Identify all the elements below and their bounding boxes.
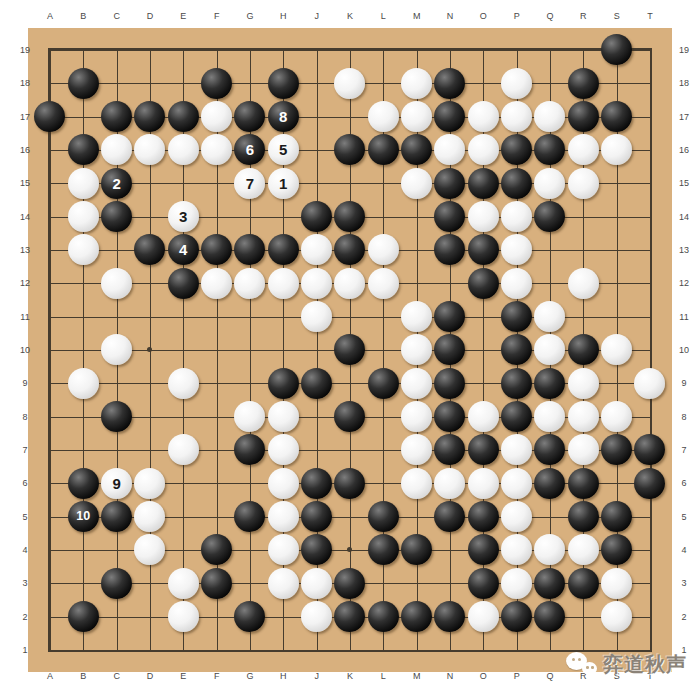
intersection-G5[interactable] — [233, 500, 266, 533]
intersection-D9[interactable] — [133, 367, 166, 400]
intersection-B4[interactable] — [67, 533, 100, 566]
intersection-R12[interactable] — [567, 267, 600, 300]
intersection-F18[interactable] — [200, 67, 233, 100]
intersection-A7[interactable] — [33, 433, 66, 466]
intersection-K16[interactable] — [333, 133, 366, 166]
intersection-N3[interactable] — [433, 567, 466, 600]
intersection-Q1[interactable] — [533, 633, 566, 666]
intersection-R4[interactable] — [567, 533, 600, 566]
intersection-M16[interactable] — [400, 133, 433, 166]
intersection-M10[interactable] — [400, 333, 433, 366]
intersection-G2[interactable] — [233, 600, 266, 633]
intersection-O18[interactable] — [467, 67, 500, 100]
intersection-L15[interactable] — [367, 167, 400, 200]
intersection-J7[interactable] — [300, 433, 333, 466]
intersection-C2[interactable] — [100, 600, 133, 633]
intersection-E19[interactable] — [167, 33, 200, 66]
intersection-G19[interactable] — [233, 33, 266, 66]
intersection-A11[interactable] — [33, 300, 66, 333]
intersection-D2[interactable] — [133, 600, 166, 633]
intersection-G10[interactable] — [233, 333, 266, 366]
intersection-G4[interactable] — [233, 533, 266, 566]
intersection-O15[interactable] — [467, 167, 500, 200]
intersection-G11[interactable] — [233, 300, 266, 333]
intersection-S13[interactable] — [600, 233, 633, 266]
intersection-O14[interactable] — [467, 200, 500, 233]
intersection-O12[interactable] — [467, 267, 500, 300]
intersection-P3[interactable] — [500, 567, 533, 600]
intersection-D4[interactable] — [133, 533, 166, 566]
intersection-H8[interactable] — [267, 400, 300, 433]
intersection-B19[interactable] — [67, 33, 100, 66]
intersection-P4[interactable] — [500, 533, 533, 566]
intersection-M1[interactable] — [400, 633, 433, 666]
intersection-E2[interactable] — [167, 600, 200, 633]
intersection-C16[interactable] — [100, 133, 133, 166]
intersection-J14[interactable] — [300, 200, 333, 233]
intersection-O16[interactable] — [467, 133, 500, 166]
intersection-C5[interactable] — [100, 500, 133, 533]
intersection-N13[interactable] — [433, 233, 466, 266]
intersection-S14[interactable] — [600, 200, 633, 233]
intersection-N19[interactable] — [433, 33, 466, 66]
intersection-L6[interactable] — [367, 467, 400, 500]
intersection-T16[interactable] — [633, 133, 666, 166]
intersection-P8[interactable] — [500, 400, 533, 433]
intersection-H7[interactable] — [267, 433, 300, 466]
intersection-K1[interactable] — [333, 633, 366, 666]
intersection-L17[interactable] — [367, 100, 400, 133]
intersection-K6[interactable] — [333, 467, 366, 500]
intersection-B17[interactable] — [67, 100, 100, 133]
intersection-N17[interactable] — [433, 100, 466, 133]
intersection-D8[interactable] — [133, 400, 166, 433]
intersection-F14[interactable] — [200, 200, 233, 233]
intersection-J5[interactable] — [300, 500, 333, 533]
intersection-K15[interactable] — [333, 167, 366, 200]
intersection-E15[interactable] — [167, 167, 200, 200]
intersection-J19[interactable] — [300, 33, 333, 66]
intersection-B3[interactable] — [67, 567, 100, 600]
intersection-L4[interactable] — [367, 533, 400, 566]
intersection-F16[interactable] — [200, 133, 233, 166]
intersection-H19[interactable] — [267, 33, 300, 66]
intersection-O7[interactable] — [467, 433, 500, 466]
intersection-K7[interactable] — [333, 433, 366, 466]
intersection-K10[interactable] — [333, 333, 366, 366]
intersection-N1[interactable] — [433, 633, 466, 666]
intersection-K11[interactable] — [333, 300, 366, 333]
intersection-B8[interactable] — [67, 400, 100, 433]
intersection-R8[interactable] — [567, 400, 600, 433]
intersection-E9[interactable] — [167, 367, 200, 400]
intersection-P6[interactable] — [500, 467, 533, 500]
intersection-B6[interactable] — [67, 467, 100, 500]
intersection-P11[interactable] — [500, 300, 533, 333]
intersection-M8[interactable] — [400, 400, 433, 433]
intersection-T8[interactable] — [633, 400, 666, 433]
intersection-H2[interactable] — [267, 600, 300, 633]
intersection-R16[interactable] — [567, 133, 600, 166]
intersection-F10[interactable] — [200, 333, 233, 366]
intersection-T4[interactable] — [633, 533, 666, 566]
intersection-G15[interactable]: 7 — [233, 167, 266, 200]
intersection-B18[interactable] — [67, 67, 100, 100]
intersection-A14[interactable] — [33, 200, 66, 233]
intersection-C15[interactable]: 2 — [100, 167, 133, 200]
intersection-Q10[interactable] — [533, 333, 566, 366]
intersection-D11[interactable] — [133, 300, 166, 333]
intersection-C3[interactable] — [100, 567, 133, 600]
intersection-G17[interactable] — [233, 100, 266, 133]
intersection-Q14[interactable] — [533, 200, 566, 233]
intersection-S3[interactable] — [600, 567, 633, 600]
intersection-E3[interactable] — [167, 567, 200, 600]
intersection-D12[interactable] — [133, 267, 166, 300]
intersection-D14[interactable] — [133, 200, 166, 233]
intersection-F17[interactable] — [200, 100, 233, 133]
intersection-S4[interactable] — [600, 533, 633, 566]
intersection-E17[interactable] — [167, 100, 200, 133]
intersection-T9[interactable] — [633, 367, 666, 400]
intersection-M14[interactable] — [400, 200, 433, 233]
intersection-J17[interactable] — [300, 100, 333, 133]
intersection-E18[interactable] — [167, 67, 200, 100]
intersection-J12[interactable] — [300, 267, 333, 300]
intersection-M9[interactable] — [400, 367, 433, 400]
intersection-E7[interactable] — [167, 433, 200, 466]
intersection-O2[interactable] — [467, 600, 500, 633]
intersection-A3[interactable] — [33, 567, 66, 600]
intersection-M7[interactable] — [400, 433, 433, 466]
intersection-T13[interactable] — [633, 233, 666, 266]
intersection-N7[interactable] — [433, 433, 466, 466]
intersection-Q3[interactable] — [533, 567, 566, 600]
intersection-B2[interactable] — [67, 600, 100, 633]
intersection-H9[interactable] — [267, 367, 300, 400]
intersection-N5[interactable] — [433, 500, 466, 533]
intersection-S9[interactable] — [600, 367, 633, 400]
intersection-H6[interactable] — [267, 467, 300, 500]
intersection-L11[interactable] — [367, 300, 400, 333]
intersection-N2[interactable] — [433, 600, 466, 633]
intersection-T12[interactable] — [633, 267, 666, 300]
intersection-A12[interactable] — [33, 267, 66, 300]
intersection-H14[interactable] — [267, 200, 300, 233]
intersection-P12[interactable] — [500, 267, 533, 300]
intersection-G9[interactable] — [233, 367, 266, 400]
intersection-T7[interactable] — [633, 433, 666, 466]
intersection-O3[interactable] — [467, 567, 500, 600]
intersection-R9[interactable] — [567, 367, 600, 400]
intersection-J13[interactable] — [300, 233, 333, 266]
intersection-C7[interactable] — [100, 433, 133, 466]
intersection-R5[interactable] — [567, 500, 600, 533]
intersection-C13[interactable] — [100, 233, 133, 266]
intersection-P13[interactable] — [500, 233, 533, 266]
intersection-J10[interactable] — [300, 333, 333, 366]
intersection-G3[interactable] — [233, 567, 266, 600]
intersection-A16[interactable] — [33, 133, 66, 166]
intersection-Q12[interactable] — [533, 267, 566, 300]
intersection-J3[interactable] — [300, 567, 333, 600]
intersection-T11[interactable] — [633, 300, 666, 333]
intersection-R19[interactable] — [567, 33, 600, 66]
intersection-L19[interactable] — [367, 33, 400, 66]
intersection-F7[interactable] — [200, 433, 233, 466]
intersection-K2[interactable] — [333, 600, 366, 633]
intersection-G16[interactable]: 6 — [233, 133, 266, 166]
intersection-L9[interactable] — [367, 367, 400, 400]
intersection-N14[interactable] — [433, 200, 466, 233]
intersection-O19[interactable] — [467, 33, 500, 66]
intersection-B15[interactable] — [67, 167, 100, 200]
intersection-K18[interactable] — [333, 67, 366, 100]
intersection-C6[interactable]: 9 — [100, 467, 133, 500]
intersection-Q5[interactable] — [533, 500, 566, 533]
intersection-B12[interactable] — [67, 267, 100, 300]
intersection-D6[interactable] — [133, 467, 166, 500]
intersection-K14[interactable] — [333, 200, 366, 233]
intersection-B14[interactable] — [67, 200, 100, 233]
intersection-J6[interactable] — [300, 467, 333, 500]
intersection-N6[interactable] — [433, 467, 466, 500]
intersection-D16[interactable] — [133, 133, 166, 166]
intersection-G12[interactable] — [233, 267, 266, 300]
intersection-M6[interactable] — [400, 467, 433, 500]
intersection-M2[interactable] — [400, 600, 433, 633]
intersection-L2[interactable] — [367, 600, 400, 633]
intersection-Q11[interactable] — [533, 300, 566, 333]
intersection-P10[interactable] — [500, 333, 533, 366]
intersection-C4[interactable] — [100, 533, 133, 566]
intersection-N18[interactable] — [433, 67, 466, 100]
intersection-F13[interactable] — [200, 233, 233, 266]
intersection-H12[interactable] — [267, 267, 300, 300]
intersection-D15[interactable] — [133, 167, 166, 200]
intersection-B7[interactable] — [67, 433, 100, 466]
intersection-A2[interactable] — [33, 600, 66, 633]
intersection-P5[interactable] — [500, 500, 533, 533]
intersection-M15[interactable] — [400, 167, 433, 200]
intersection-R3[interactable] — [567, 567, 600, 600]
intersection-Q15[interactable] — [533, 167, 566, 200]
intersection-S19[interactable] — [600, 33, 633, 66]
intersection-C12[interactable] — [100, 267, 133, 300]
intersection-T18[interactable] — [633, 67, 666, 100]
intersection-F3[interactable] — [200, 567, 233, 600]
intersection-J2[interactable] — [300, 600, 333, 633]
intersection-F12[interactable] — [200, 267, 233, 300]
intersection-J4[interactable] — [300, 533, 333, 566]
intersection-O4[interactable] — [467, 533, 500, 566]
intersection-N11[interactable] — [433, 300, 466, 333]
intersection-E8[interactable] — [167, 400, 200, 433]
intersection-H5[interactable] — [267, 500, 300, 533]
intersection-M11[interactable] — [400, 300, 433, 333]
intersection-F4[interactable] — [200, 533, 233, 566]
intersection-R14[interactable] — [567, 200, 600, 233]
intersection-E12[interactable] — [167, 267, 200, 300]
intersection-H16[interactable]: 5 — [267, 133, 300, 166]
intersection-P19[interactable] — [500, 33, 533, 66]
intersection-A4[interactable] — [33, 533, 66, 566]
intersection-O17[interactable] — [467, 100, 500, 133]
intersection-O6[interactable] — [467, 467, 500, 500]
intersection-K8[interactable] — [333, 400, 366, 433]
intersection-J16[interactable] — [300, 133, 333, 166]
intersection-R13[interactable] — [567, 233, 600, 266]
intersection-C1[interactable] — [100, 633, 133, 666]
intersection-E16[interactable] — [167, 133, 200, 166]
intersection-R2[interactable] — [567, 600, 600, 633]
intersection-E5[interactable] — [167, 500, 200, 533]
intersection-A10[interactable] — [33, 333, 66, 366]
intersection-F19[interactable] — [200, 33, 233, 66]
intersection-D7[interactable] — [133, 433, 166, 466]
intersection-H15[interactable]: 1 — [267, 167, 300, 200]
intersection-H4[interactable] — [267, 533, 300, 566]
intersection-K3[interactable] — [333, 567, 366, 600]
intersection-C11[interactable] — [100, 300, 133, 333]
intersection-G18[interactable] — [233, 67, 266, 100]
intersection-D3[interactable] — [133, 567, 166, 600]
intersection-H17[interactable]: 8 — [267, 100, 300, 133]
intersection-S7[interactable] — [600, 433, 633, 466]
intersection-N12[interactable] — [433, 267, 466, 300]
intersection-E4[interactable] — [167, 533, 200, 566]
intersection-E11[interactable] — [167, 300, 200, 333]
intersection-J18[interactable] — [300, 67, 333, 100]
intersection-A13[interactable] — [33, 233, 66, 266]
intersection-R10[interactable] — [567, 333, 600, 366]
intersection-R18[interactable] — [567, 67, 600, 100]
intersection-S5[interactable] — [600, 500, 633, 533]
intersection-L3[interactable] — [367, 567, 400, 600]
intersection-R7[interactable] — [567, 433, 600, 466]
intersection-A15[interactable] — [33, 167, 66, 200]
intersection-Q19[interactable] — [533, 33, 566, 66]
intersection-P2[interactable] — [500, 600, 533, 633]
intersection-B11[interactable] — [67, 300, 100, 333]
intersection-P16[interactable] — [500, 133, 533, 166]
intersection-M13[interactable] — [400, 233, 433, 266]
intersection-N8[interactable] — [433, 400, 466, 433]
intersection-O13[interactable] — [467, 233, 500, 266]
intersection-A17[interactable] — [33, 100, 66, 133]
intersection-P18[interactable] — [500, 67, 533, 100]
intersection-E1[interactable] — [167, 633, 200, 666]
intersection-J11[interactable] — [300, 300, 333, 333]
intersection-J8[interactable] — [300, 400, 333, 433]
intersection-C9[interactable] — [100, 367, 133, 400]
intersection-P17[interactable] — [500, 100, 533, 133]
intersection-H11[interactable] — [267, 300, 300, 333]
intersection-K4[interactable] — [333, 533, 366, 566]
intersection-S17[interactable] — [600, 100, 633, 133]
intersection-E10[interactable] — [167, 333, 200, 366]
intersection-N10[interactable] — [433, 333, 466, 366]
intersection-Q6[interactable] — [533, 467, 566, 500]
intersection-K19[interactable] — [333, 33, 366, 66]
intersection-T6[interactable] — [633, 467, 666, 500]
intersection-C17[interactable] — [100, 100, 133, 133]
intersection-G14[interactable] — [233, 200, 266, 233]
intersection-G6[interactable] — [233, 467, 266, 500]
intersection-P1[interactable] — [500, 633, 533, 666]
intersection-T17[interactable] — [633, 100, 666, 133]
intersection-K13[interactable] — [333, 233, 366, 266]
intersection-S18[interactable] — [600, 67, 633, 100]
intersection-D19[interactable] — [133, 33, 166, 66]
intersection-B16[interactable] — [67, 133, 100, 166]
intersection-Q18[interactable] — [533, 67, 566, 100]
intersection-P14[interactable] — [500, 200, 533, 233]
intersection-B10[interactable] — [67, 333, 100, 366]
intersection-F5[interactable] — [200, 500, 233, 533]
intersection-C18[interactable] — [100, 67, 133, 100]
intersection-M5[interactable] — [400, 500, 433, 533]
intersection-D10[interactable] — [133, 333, 166, 366]
intersection-O5[interactable] — [467, 500, 500, 533]
intersection-C10[interactable] — [100, 333, 133, 366]
intersection-L7[interactable] — [367, 433, 400, 466]
intersection-S8[interactable] — [600, 400, 633, 433]
intersection-C19[interactable] — [100, 33, 133, 66]
intersection-S11[interactable] — [600, 300, 633, 333]
intersection-N15[interactable] — [433, 167, 466, 200]
intersection-F6[interactable] — [200, 467, 233, 500]
intersection-O9[interactable] — [467, 367, 500, 400]
intersection-G7[interactable] — [233, 433, 266, 466]
intersection-B1[interactable] — [67, 633, 100, 666]
intersection-A19[interactable] — [33, 33, 66, 66]
intersection-K5[interactable] — [333, 500, 366, 533]
intersection-R6[interactable] — [567, 467, 600, 500]
intersection-Q7[interactable] — [533, 433, 566, 466]
intersection-F9[interactable] — [200, 367, 233, 400]
intersection-S16[interactable] — [600, 133, 633, 166]
intersection-L13[interactable] — [367, 233, 400, 266]
intersection-Q4[interactable] — [533, 533, 566, 566]
intersection-T5[interactable] — [633, 500, 666, 533]
intersection-M19[interactable] — [400, 33, 433, 66]
intersection-F1[interactable] — [200, 633, 233, 666]
intersection-N16[interactable] — [433, 133, 466, 166]
intersection-T2[interactable] — [633, 600, 666, 633]
intersection-K17[interactable] — [333, 100, 366, 133]
intersection-L8[interactable] — [367, 400, 400, 433]
intersection-M17[interactable] — [400, 100, 433, 133]
intersection-L16[interactable] — [367, 133, 400, 166]
intersection-H13[interactable] — [267, 233, 300, 266]
intersection-P15[interactable] — [500, 167, 533, 200]
intersection-A18[interactable] — [33, 67, 66, 100]
intersection-D18[interactable] — [133, 67, 166, 100]
intersection-N4[interactable] — [433, 533, 466, 566]
intersection-S15[interactable] — [600, 167, 633, 200]
intersection-L18[interactable] — [367, 67, 400, 100]
intersection-B9[interactable] — [67, 367, 100, 400]
intersection-F11[interactable] — [200, 300, 233, 333]
intersection-H18[interactable] — [267, 67, 300, 100]
intersection-M18[interactable] — [400, 67, 433, 100]
intersection-C8[interactable] — [100, 400, 133, 433]
intersection-E6[interactable] — [167, 467, 200, 500]
intersection-L14[interactable] — [367, 200, 400, 233]
intersection-N9[interactable] — [433, 367, 466, 400]
intersection-R15[interactable] — [567, 167, 600, 200]
